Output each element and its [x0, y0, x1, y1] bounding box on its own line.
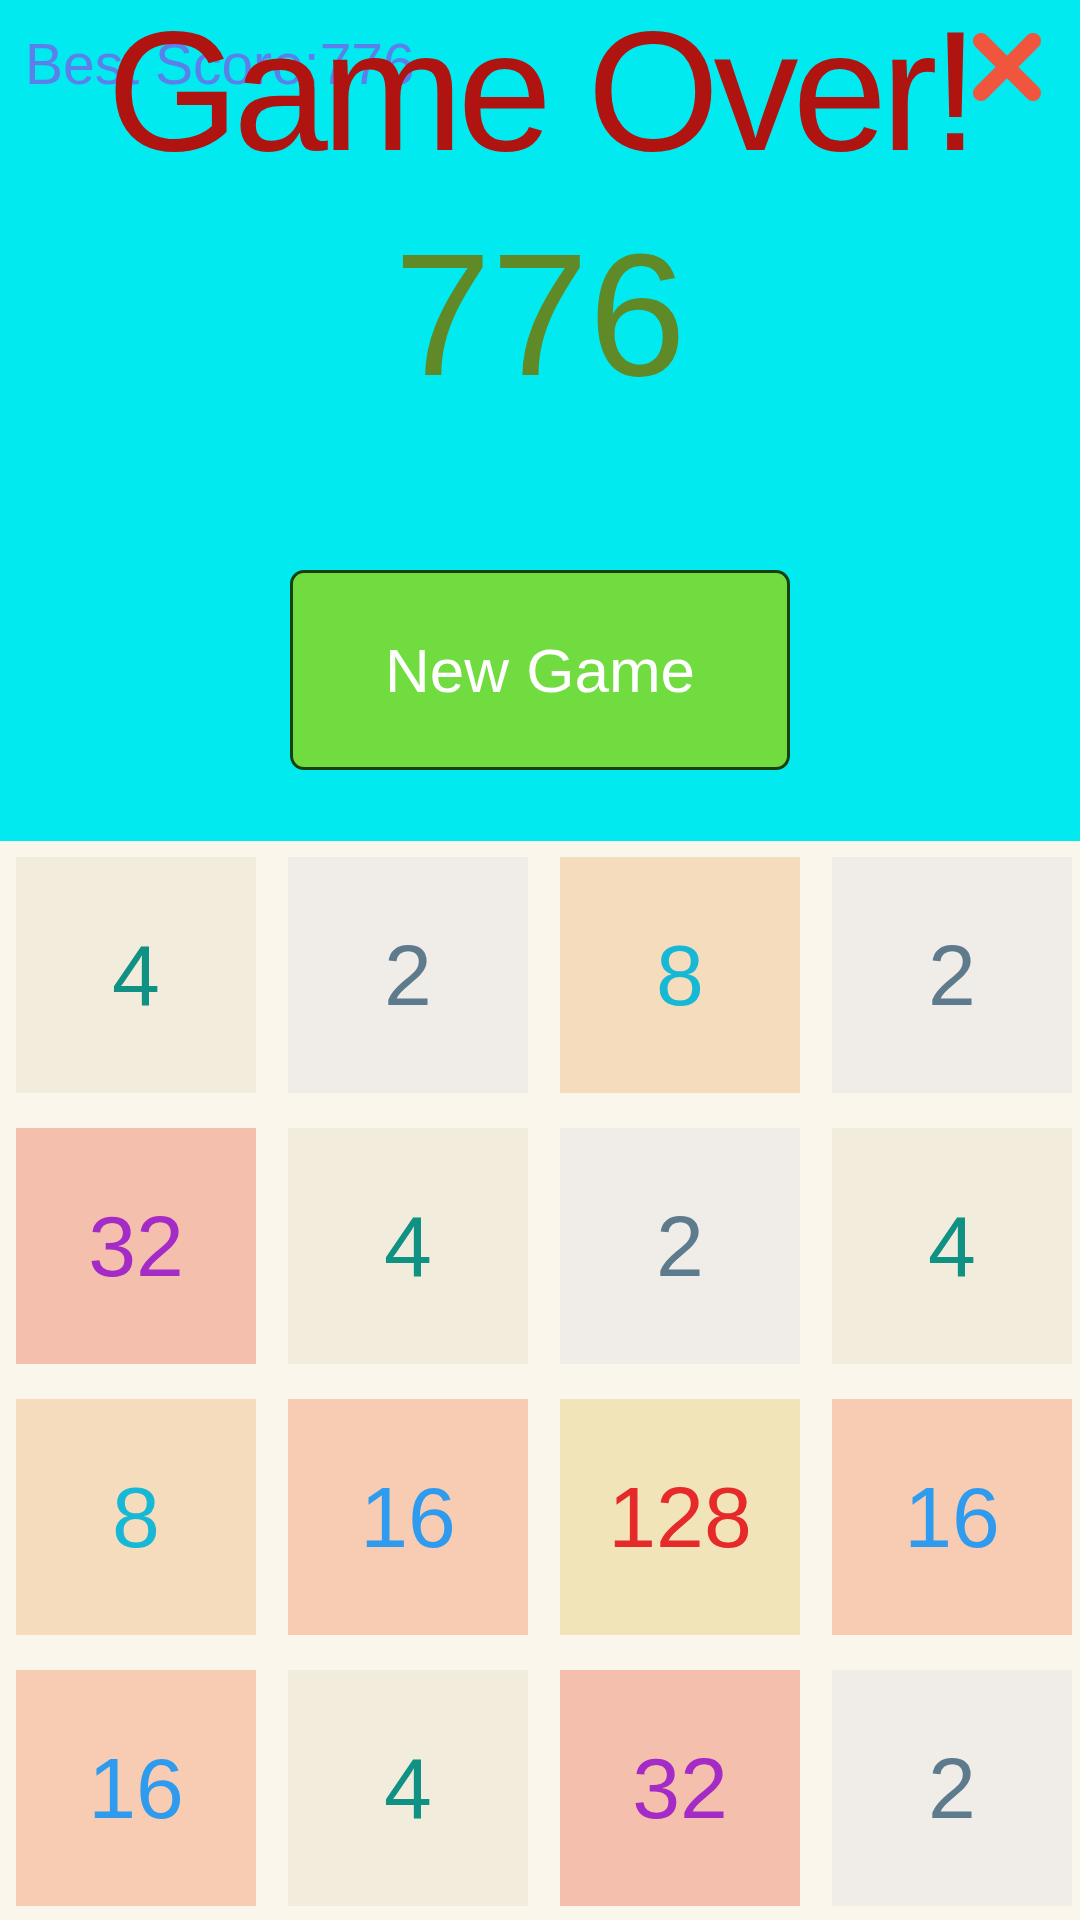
tile-r3c2-16: 16	[288, 1399, 528, 1635]
game-over-panel: Best Score:776 Game Over! 776 New Game	[0, 0, 1080, 841]
tile-r4c1-16: 16	[16, 1670, 256, 1906]
tile-r1c4-2: 2	[832, 857, 1072, 1093]
tile-r3c1-8: 8	[16, 1399, 256, 1635]
tile-r2c4-4: 4	[832, 1128, 1072, 1364]
new-game-button[interactable]: New Game	[290, 570, 790, 770]
tile-r4c2-4: 4	[288, 1670, 528, 1906]
game-over-title: Game Over!	[0, 6, 1080, 176]
final-score: 776	[0, 227, 1080, 402]
tile-r2c1-32: 32	[16, 1128, 256, 1364]
tile-r2c2-4: 4	[288, 1128, 528, 1364]
close-icon	[964, 24, 1050, 110]
tile-r1c1-4: 4	[16, 857, 256, 1093]
tile-r3c4-16: 16	[832, 1399, 1072, 1635]
tile-r3c3-128: 128	[560, 1399, 800, 1635]
tile-r4c4-2: 2	[832, 1670, 1072, 1906]
close-button[interactable]	[964, 24, 1050, 110]
tile-r1c3-8: 8	[560, 857, 800, 1093]
tile-r4c3-32: 32	[560, 1670, 800, 1906]
tile-r1c2-2: 2	[288, 857, 528, 1093]
board-grid[interactable]: 42823242481612816164322	[0, 841, 1080, 1920]
tile-r2c3-2: 2	[560, 1128, 800, 1364]
